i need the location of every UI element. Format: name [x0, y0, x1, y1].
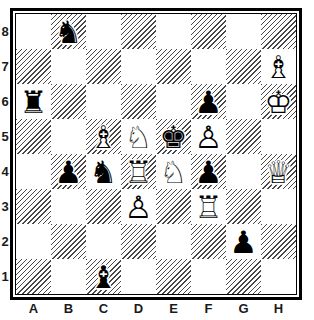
square-f8 [191, 14, 226, 49]
square-b4: ♟♟ [51, 154, 86, 189]
square-e3 [156, 189, 191, 224]
square-h5 [261, 119, 296, 154]
square-b5 [51, 119, 86, 154]
square-g5 [226, 119, 261, 154]
square-a8 [16, 14, 51, 49]
square-e2 [156, 224, 191, 259]
square-h7: ♝♗ [261, 49, 296, 84]
white-knight-icon: ♞♘ [156, 154, 191, 189]
rank-label-6: 6 [0, 84, 10, 119]
square-d5: ♞♘ [121, 119, 156, 154]
rank-label-2: 2 [0, 224, 10, 259]
black-pawn-icon: ♟♟ [191, 154, 226, 189]
square-b1 [51, 259, 86, 294]
square-b7 [51, 49, 86, 84]
white-bishop-icon: ♝♗ [86, 119, 121, 154]
square-e8 [156, 14, 191, 49]
square-f6: ♟♟ [191, 84, 226, 119]
square-b8: ♞♞ [51, 14, 86, 49]
white-pawn-icon: ♟♙ [191, 119, 226, 154]
square-g7 [226, 49, 261, 84]
black-rook-icon: ♜♜ [16, 84, 51, 119]
file-label-f: F [191, 300, 226, 318]
file-label-h: H [261, 300, 296, 318]
square-d1 [121, 259, 156, 294]
square-e5: ♚♚ [156, 119, 191, 154]
square-e7 [156, 49, 191, 84]
rank-label-7: 7 [0, 49, 10, 84]
file-label-g: G [226, 300, 261, 318]
white-king-icon: ♚♔ [261, 84, 296, 119]
square-e6 [156, 84, 191, 119]
square-h1 [261, 259, 296, 294]
rank-labels: 87654321 [0, 14, 10, 294]
white-pawn-icon: ♟♙ [121, 189, 156, 224]
white-knight-icon: ♞♘ [121, 119, 156, 154]
square-b2 [51, 224, 86, 259]
square-f3: ♜♖ [191, 189, 226, 224]
square-c5: ♝♗ [86, 119, 121, 154]
square-f2 [191, 224, 226, 259]
chess-diagram-page: 87654321 ♞♞♝♗♜♜♟♟♚♔♝♗♞♘♚♚♟♙♟♟♞♞♜♖♞♘♟♟♛♕♟… [0, 0, 314, 320]
square-b3 [51, 189, 86, 224]
rank-label-3: 3 [0, 189, 10, 224]
square-d4: ♜♖ [121, 154, 156, 189]
square-h4: ♛♕ [261, 154, 296, 189]
black-knight-icon: ♞♞ [86, 154, 121, 189]
square-a3 [16, 189, 51, 224]
chess-board-frame: ♞♞♝♗♜♜♟♟♚♔♝♗♞♘♚♚♟♙♟♟♞♞♜♖♞♘♟♟♛♕♟♙♜♖♟♟♝♝ [10, 8, 302, 300]
square-h2 [261, 224, 296, 259]
white-bishop-icon: ♝♗ [261, 49, 296, 84]
file-label-c: C [86, 300, 121, 318]
file-label-d: D [121, 300, 156, 318]
square-c7 [86, 49, 121, 84]
square-f5: ♟♙ [191, 119, 226, 154]
black-pawn-icon: ♟♟ [51, 154, 86, 189]
square-c4: ♞♞ [86, 154, 121, 189]
rank-label-1: 1 [0, 259, 10, 294]
file-label-a: A [16, 300, 51, 318]
square-a1 [16, 259, 51, 294]
square-c3 [86, 189, 121, 224]
square-g6 [226, 84, 261, 119]
square-h6: ♚♔ [261, 84, 296, 119]
rank-label-5: 5 [0, 119, 10, 154]
rank-label-8: 8 [0, 14, 10, 49]
square-g1 [226, 259, 261, 294]
square-a2 [16, 224, 51, 259]
white-rook-icon: ♜♖ [191, 189, 226, 224]
black-king-icon: ♚♚ [156, 119, 191, 154]
square-c6 [86, 84, 121, 119]
file-labels: ABCDEFGH [16, 300, 296, 318]
rank-label-4: 4 [0, 154, 10, 189]
white-queen-icon: ♛♕ [261, 154, 296, 189]
square-c2 [86, 224, 121, 259]
black-knight-icon: ♞♞ [51, 14, 86, 49]
square-a4 [16, 154, 51, 189]
square-c8 [86, 14, 121, 49]
file-label-e: E [156, 300, 191, 318]
square-h8 [261, 14, 296, 49]
square-d6 [121, 84, 156, 119]
square-d3: ♟♙ [121, 189, 156, 224]
white-rook-icon: ♜♖ [121, 154, 156, 189]
black-bishop-icon: ♝♝ [86, 259, 121, 294]
square-a6: ♜♜ [16, 84, 51, 119]
square-a7 [16, 49, 51, 84]
chess-board: ♞♞♝♗♜♜♟♟♚♔♝♗♞♘♚♚♟♙♟♟♞♞♜♖♞♘♟♟♛♕♟♙♜♖♟♟♝♝ [15, 13, 297, 295]
square-g4 [226, 154, 261, 189]
square-g3 [226, 189, 261, 224]
square-d2 [121, 224, 156, 259]
square-d8 [121, 14, 156, 49]
file-label-b: B [51, 300, 86, 318]
square-f4: ♟♟ [191, 154, 226, 189]
square-e1 [156, 259, 191, 294]
black-pawn-icon: ♟♟ [191, 84, 226, 119]
black-pawn-icon: ♟♟ [226, 224, 261, 259]
square-g8 [226, 14, 261, 49]
square-c1: ♝♝ [86, 259, 121, 294]
square-h3 [261, 189, 296, 224]
square-g2: ♟♟ [226, 224, 261, 259]
square-a5 [16, 119, 51, 154]
square-b6 [51, 84, 86, 119]
square-d7 [121, 49, 156, 84]
square-e4: ♞♘ [156, 154, 191, 189]
square-f1 [191, 259, 226, 294]
square-f7 [191, 49, 226, 84]
